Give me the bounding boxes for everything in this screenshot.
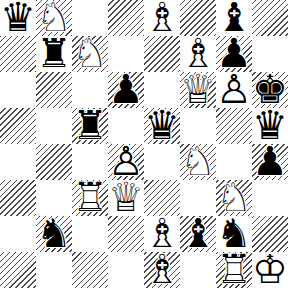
square-a7[interactable] (0, 36, 36, 72)
square-d2[interactable] (108, 216, 144, 252)
square-b5[interactable] (36, 108, 72, 144)
piece-white-queen[interactable]: ♕ (108, 179, 144, 215)
piece-white-pawn[interactable]: ♙ (216, 71, 252, 107)
piece-white-knight[interactable]: ♘ (72, 35, 108, 71)
square-e8[interactable]: ♝♗ (144, 0, 180, 36)
square-h4[interactable]: ♟♟ (252, 144, 288, 180)
square-e5[interactable]: ♛♛ (144, 108, 180, 144)
square-c5[interactable]: ♜♜ (72, 108, 108, 144)
piece-black-rook[interactable]: ♜ (72, 107, 108, 143)
square-c3[interactable]: ♜♖ (72, 180, 108, 216)
square-h1[interactable]: ♚♔ (252, 252, 288, 288)
square-f2[interactable]: ♝♝ (180, 216, 216, 252)
square-b2[interactable]: ♞♞ (36, 216, 72, 252)
square-e7[interactable] (144, 36, 180, 72)
square-b6[interactable] (36, 72, 72, 108)
square-b1[interactable] (36, 252, 72, 288)
piece-white-bishop[interactable]: ♗ (144, 0, 180, 35)
square-f4[interactable]: ♞♘ (180, 144, 216, 180)
square-c1[interactable] (72, 252, 108, 288)
square-b7[interactable]: ♜♜ (36, 36, 72, 72)
piece-white-queen[interactable]: ♕ (180, 71, 216, 107)
piece-white-rook[interactable]: ♖ (216, 251, 252, 287)
piece-black-pawn[interactable]: ♟ (108, 71, 144, 107)
piece-black-rook[interactable]: ♜ (36, 35, 72, 71)
square-g1[interactable]: ♜♖ (216, 252, 252, 288)
piece-black-queen[interactable]: ♛ (144, 107, 180, 143)
piece-white-knight[interactable]: ♘ (180, 143, 216, 179)
square-f1[interactable] (180, 252, 216, 288)
square-d6[interactable]: ♟♟ (108, 72, 144, 108)
square-h8[interactable] (252, 0, 288, 36)
piece-black-knight[interactable]: ♞ (36, 215, 72, 251)
square-g6[interactable]: ♟♙ (216, 72, 252, 108)
square-a5[interactable] (0, 108, 36, 144)
square-d1[interactable] (108, 252, 144, 288)
square-b4[interactable] (36, 144, 72, 180)
square-a1[interactable] (0, 252, 36, 288)
piece-white-rook[interactable]: ♖ (72, 179, 108, 215)
square-e1[interactable]: ♝♗ (144, 252, 180, 288)
square-g5[interactable] (216, 108, 252, 144)
square-d8[interactable] (108, 0, 144, 36)
piece-white-king[interactable]: ♔ (252, 251, 288, 287)
square-a2[interactable] (0, 216, 36, 252)
square-a8[interactable]: ♛♛ (0, 0, 36, 36)
square-d3[interactable]: ♛♕ (108, 180, 144, 216)
square-f6[interactable]: ♛♕ (180, 72, 216, 108)
piece-black-queen[interactable]: ♛ (0, 0, 36, 35)
square-c2[interactable] (72, 216, 108, 252)
square-e4[interactable] (144, 144, 180, 180)
piece-black-bishop[interactable]: ♝ (180, 215, 216, 251)
square-a4[interactable] (0, 144, 36, 180)
chess-board: ♛♛♞♘♝♗♝♝♜♜♞♘♝♗♟♟♟♟♛♕♟♙♚♚♜♜♛♛♛♛♟♙♞♘♟♟♜♖♛♕… (0, 0, 288, 288)
square-c7[interactable]: ♞♘ (72, 36, 108, 72)
square-a6[interactable] (0, 72, 36, 108)
piece-white-bishop[interactable]: ♗ (144, 251, 180, 287)
piece-black-pawn[interactable]: ♟ (252, 143, 288, 179)
square-h3[interactable] (252, 180, 288, 216)
square-a3[interactable] (0, 180, 36, 216)
